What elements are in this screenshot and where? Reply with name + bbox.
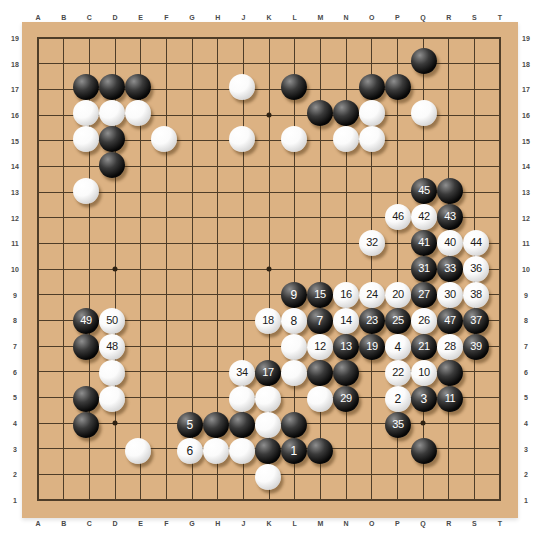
intersection[interactable] — [255, 48, 281, 74]
intersection[interactable]: 41 — [411, 230, 437, 256]
intersection[interactable] — [25, 464, 49, 490]
intersection[interactable] — [437, 360, 463, 386]
intersection[interactable] — [177, 152, 203, 178]
intersection[interactable] — [125, 412, 151, 438]
intersection[interactable] — [359, 126, 385, 152]
intersection[interactable] — [255, 282, 281, 308]
intersection[interactable] — [281, 334, 307, 360]
intersection[interactable] — [125, 204, 151, 230]
intersection[interactable] — [203, 438, 229, 464]
intersection[interactable] — [177, 256, 203, 282]
intersection[interactable] — [99, 74, 125, 100]
intersection[interactable] — [49, 438, 73, 464]
intersection[interactable] — [203, 48, 229, 74]
intersection[interactable] — [281, 126, 307, 152]
intersection[interactable]: 39 — [463, 334, 489, 360]
intersection[interactable] — [307, 178, 333, 204]
intersection[interactable] — [151, 334, 177, 360]
intersection[interactable] — [307, 100, 333, 126]
intersection[interactable] — [99, 386, 125, 412]
intersection[interactable] — [489, 256, 513, 282]
intersection[interactable] — [437, 464, 463, 490]
intersection[interactable] — [229, 204, 255, 230]
intersection[interactable] — [151, 152, 177, 178]
intersection[interactable] — [49, 74, 73, 100]
intersection[interactable] — [229, 74, 255, 100]
intersection[interactable] — [411, 152, 437, 178]
intersection[interactable] — [281, 100, 307, 126]
intersection[interactable] — [25, 412, 49, 438]
intersection[interactable]: 19 — [359, 334, 385, 360]
intersection[interactable] — [99, 178, 125, 204]
intersection[interactable] — [307, 204, 333, 230]
intersection[interactable] — [25, 230, 49, 256]
intersection[interactable] — [489, 438, 513, 464]
intersection[interactable] — [99, 25, 125, 48]
intersection[interactable] — [151, 178, 177, 204]
intersection[interactable]: 28 — [437, 334, 463, 360]
intersection[interactable] — [99, 438, 125, 464]
intersection[interactable]: 36 — [463, 256, 489, 282]
intersection[interactable] — [49, 48, 73, 74]
intersection[interactable] — [151, 386, 177, 412]
intersection[interactable]: 16 — [333, 282, 359, 308]
intersection[interactable] — [281, 386, 307, 412]
intersection[interactable] — [99, 490, 125, 513]
intersection[interactable] — [73, 412, 99, 438]
intersection[interactable] — [385, 152, 411, 178]
intersection[interactable] — [99, 412, 125, 438]
intersection[interactable] — [463, 360, 489, 386]
intersection[interactable] — [333, 464, 359, 490]
intersection[interactable] — [385, 256, 411, 282]
intersection[interactable] — [411, 74, 437, 100]
intersection[interactable] — [25, 256, 49, 282]
intersection[interactable] — [255, 438, 281, 464]
intersection[interactable] — [125, 25, 151, 48]
intersection[interactable] — [25, 360, 49, 386]
intersection[interactable]: 34 — [229, 360, 255, 386]
intersection[interactable] — [203, 360, 229, 386]
intersection[interactable] — [49, 178, 73, 204]
intersection[interactable] — [411, 464, 437, 490]
intersection[interactable]: 7 — [307, 308, 333, 334]
intersection[interactable] — [99, 464, 125, 490]
intersection[interactable] — [25, 126, 49, 152]
intersection[interactable] — [385, 25, 411, 48]
intersection[interactable] — [49, 152, 73, 178]
intersection[interactable] — [255, 230, 281, 256]
intersection[interactable] — [229, 308, 255, 334]
intersection[interactable] — [281, 178, 307, 204]
intersection[interactable] — [385, 48, 411, 74]
intersection[interactable] — [333, 178, 359, 204]
intersection[interactable] — [281, 464, 307, 490]
intersection[interactable] — [307, 490, 333, 513]
intersection[interactable] — [333, 412, 359, 438]
intersection[interactable] — [333, 74, 359, 100]
intersection[interactable] — [99, 282, 125, 308]
intersection[interactable] — [177, 100, 203, 126]
intersection[interactable] — [307, 152, 333, 178]
intersection[interactable] — [25, 100, 49, 126]
intersection[interactable] — [255, 178, 281, 204]
intersection[interactable] — [99, 256, 125, 282]
intersection[interactable] — [359, 490, 385, 513]
intersection[interactable] — [229, 334, 255, 360]
intersection[interactable]: 6 — [177, 438, 203, 464]
intersection[interactable] — [151, 412, 177, 438]
intersection[interactable]: 14 — [333, 308, 359, 334]
intersection[interactable] — [203, 100, 229, 126]
intersection[interactable] — [255, 334, 281, 360]
intersection[interactable] — [49, 126, 73, 152]
intersection[interactable]: 23 — [359, 308, 385, 334]
intersection[interactable] — [177, 74, 203, 100]
intersection[interactable] — [359, 256, 385, 282]
intersection[interactable] — [99, 126, 125, 152]
intersection[interactable] — [333, 152, 359, 178]
intersection[interactable] — [203, 256, 229, 282]
intersection[interactable] — [255, 126, 281, 152]
intersection[interactable] — [203, 178, 229, 204]
intersection[interactable] — [489, 490, 513, 513]
intersection[interactable] — [229, 438, 255, 464]
intersection[interactable] — [255, 25, 281, 48]
intersection[interactable] — [25, 490, 49, 513]
intersection[interactable] — [411, 438, 437, 464]
intersection[interactable] — [489, 178, 513, 204]
intersection[interactable] — [125, 438, 151, 464]
intersection[interactable] — [489, 204, 513, 230]
intersection[interactable]: 25 — [385, 308, 411, 334]
intersection[interactable] — [359, 386, 385, 412]
intersection[interactable] — [359, 464, 385, 490]
intersection[interactable] — [437, 438, 463, 464]
intersection[interactable] — [489, 100, 513, 126]
intersection[interactable] — [177, 464, 203, 490]
intersection[interactable] — [125, 48, 151, 74]
intersection[interactable]: 48 — [99, 334, 125, 360]
intersection[interactable] — [281, 256, 307, 282]
intersection[interactable] — [255, 412, 281, 438]
intersection[interactable] — [203, 412, 229, 438]
intersection[interactable] — [229, 178, 255, 204]
intersection[interactable]: 29 — [333, 386, 359, 412]
intersection[interactable] — [203, 464, 229, 490]
intersection[interactable] — [125, 282, 151, 308]
intersection[interactable] — [151, 438, 177, 464]
intersection[interactable] — [359, 25, 385, 48]
intersection[interactable] — [125, 230, 151, 256]
intersection[interactable] — [229, 126, 255, 152]
intersection[interactable] — [255, 256, 281, 282]
intersection[interactable]: 20 — [385, 282, 411, 308]
intersection[interactable]: 1 — [281, 438, 307, 464]
intersection[interactable] — [125, 386, 151, 412]
intersection[interactable] — [489, 464, 513, 490]
intersection[interactable] — [25, 25, 49, 48]
intersection[interactable] — [437, 126, 463, 152]
intersection[interactable] — [177, 282, 203, 308]
intersection[interactable]: 9 — [281, 282, 307, 308]
intersection[interactable] — [203, 126, 229, 152]
intersection[interactable] — [411, 100, 437, 126]
intersection[interactable] — [73, 100, 99, 126]
intersection[interactable]: 35 — [385, 412, 411, 438]
intersection[interactable] — [489, 308, 513, 334]
intersection[interactable] — [411, 126, 437, 152]
intersection[interactable] — [203, 230, 229, 256]
intersection[interactable] — [463, 464, 489, 490]
intersection[interactable] — [177, 334, 203, 360]
intersection[interactable] — [125, 256, 151, 282]
intersection[interactable] — [437, 48, 463, 74]
intersection[interactable] — [177, 25, 203, 48]
intersection[interactable] — [73, 74, 99, 100]
intersection[interactable] — [25, 282, 49, 308]
intersection[interactable]: 15 — [307, 282, 333, 308]
intersection[interactable] — [281, 490, 307, 513]
intersection[interactable] — [25, 334, 49, 360]
intersection[interactable] — [463, 74, 489, 100]
intersection[interactable]: 32 — [359, 230, 385, 256]
intersection[interactable]: 3 — [411, 386, 437, 412]
intersection[interactable] — [151, 464, 177, 490]
intersection[interactable] — [437, 152, 463, 178]
intersection[interactable] — [203, 282, 229, 308]
intersection[interactable] — [307, 256, 333, 282]
intersection[interactable] — [203, 490, 229, 513]
intersection[interactable] — [307, 412, 333, 438]
intersection[interactable] — [281, 360, 307, 386]
intersection[interactable] — [125, 490, 151, 513]
intersection[interactable] — [489, 48, 513, 74]
intersection[interactable]: 10 — [411, 360, 437, 386]
intersection[interactable] — [281, 152, 307, 178]
intersection[interactable] — [73, 230, 99, 256]
intersection[interactable] — [255, 464, 281, 490]
intersection[interactable] — [25, 308, 49, 334]
intersection[interactable] — [437, 25, 463, 48]
intersection[interactable] — [49, 386, 73, 412]
intersection[interactable] — [151, 282, 177, 308]
intersection[interactable] — [489, 360, 513, 386]
intersection[interactable] — [151, 256, 177, 282]
intersection[interactable] — [151, 230, 177, 256]
intersection[interactable] — [307, 438, 333, 464]
intersection[interactable] — [489, 334, 513, 360]
intersection[interactable]: 49 — [73, 308, 99, 334]
intersection[interactable] — [437, 412, 463, 438]
intersection[interactable]: 38 — [463, 282, 489, 308]
intersection[interactable] — [385, 126, 411, 152]
intersection[interactable] — [203, 334, 229, 360]
intersection[interactable] — [255, 152, 281, 178]
intersection[interactable] — [385, 490, 411, 513]
intersection[interactable] — [281, 48, 307, 74]
intersection[interactable] — [73, 386, 99, 412]
intersection[interactable] — [463, 25, 489, 48]
intersection[interactable] — [99, 230, 125, 256]
intersection[interactable] — [281, 412, 307, 438]
intersection[interactable] — [49, 230, 73, 256]
intersection[interactable] — [151, 48, 177, 74]
intersection[interactable] — [99, 360, 125, 386]
intersection[interactable] — [359, 152, 385, 178]
intersection[interactable] — [73, 256, 99, 282]
intersection[interactable] — [99, 48, 125, 74]
intersection[interactable] — [489, 386, 513, 412]
intersection[interactable]: 33 — [437, 256, 463, 282]
intersection[interactable] — [49, 334, 73, 360]
intersection[interactable] — [73, 48, 99, 74]
intersection[interactable] — [385, 74, 411, 100]
intersection[interactable]: 22 — [385, 360, 411, 386]
intersection[interactable]: 31 — [411, 256, 437, 282]
intersection[interactable] — [177, 204, 203, 230]
intersection[interactable] — [203, 152, 229, 178]
intersection[interactable] — [125, 126, 151, 152]
intersection[interactable] — [489, 152, 513, 178]
intersection[interactable] — [229, 48, 255, 74]
intersection[interactable]: 5 — [177, 412, 203, 438]
intersection[interactable] — [437, 178, 463, 204]
intersection[interactable] — [333, 490, 359, 513]
intersection[interactable] — [333, 360, 359, 386]
intersection[interactable] — [73, 126, 99, 152]
intersection[interactable] — [73, 25, 99, 48]
intersection[interactable] — [307, 230, 333, 256]
intersection[interactable] — [255, 74, 281, 100]
intersection[interactable]: 4 — [385, 334, 411, 360]
intersection[interactable] — [255, 204, 281, 230]
intersection[interactable] — [49, 412, 73, 438]
intersection[interactable] — [73, 438, 99, 464]
intersection[interactable] — [463, 100, 489, 126]
intersection[interactable] — [151, 490, 177, 513]
intersection[interactable] — [385, 438, 411, 464]
intersection[interactable] — [73, 334, 99, 360]
intersection[interactable] — [177, 230, 203, 256]
intersection[interactable]: 44 — [463, 230, 489, 256]
intersection[interactable] — [151, 25, 177, 48]
intersection[interactable] — [411, 48, 437, 74]
intersection[interactable] — [385, 100, 411, 126]
intersection[interactable] — [229, 386, 255, 412]
intersection[interactable] — [151, 100, 177, 126]
intersection[interactable]: 26 — [411, 308, 437, 334]
intersection[interactable] — [125, 308, 151, 334]
intersection[interactable] — [463, 438, 489, 464]
intersection[interactable] — [229, 464, 255, 490]
intersection[interactable] — [307, 25, 333, 48]
intersection[interactable] — [489, 230, 513, 256]
intersection[interactable] — [333, 48, 359, 74]
intersection[interactable] — [203, 74, 229, 100]
intersection[interactable] — [229, 412, 255, 438]
intersection[interactable] — [125, 152, 151, 178]
intersection[interactable] — [437, 490, 463, 513]
intersection[interactable] — [49, 282, 73, 308]
intersection[interactable] — [49, 100, 73, 126]
intersection[interactable] — [73, 178, 99, 204]
intersection[interactable] — [385, 178, 411, 204]
intersection[interactable] — [307, 464, 333, 490]
intersection[interactable] — [229, 152, 255, 178]
intersection[interactable]: 37 — [463, 308, 489, 334]
intersection[interactable] — [255, 490, 281, 513]
intersection[interactable] — [385, 230, 411, 256]
intersection[interactable] — [359, 412, 385, 438]
intersection[interactable] — [151, 308, 177, 334]
intersection[interactable] — [151, 74, 177, 100]
intersection[interactable]: 17 — [255, 360, 281, 386]
intersection[interactable]: 18 — [255, 308, 281, 334]
intersection[interactable] — [307, 360, 333, 386]
intersection[interactable] — [489, 412, 513, 438]
intersection[interactable] — [463, 204, 489, 230]
intersection[interactable] — [99, 152, 125, 178]
intersection[interactable]: 24 — [359, 282, 385, 308]
intersection[interactable] — [307, 74, 333, 100]
intersection[interactable] — [151, 360, 177, 386]
intersection[interactable] — [307, 126, 333, 152]
intersection[interactable] — [125, 360, 151, 386]
intersection[interactable] — [333, 230, 359, 256]
intersection[interactable] — [49, 464, 73, 490]
intersection[interactable] — [463, 126, 489, 152]
intersection[interactable] — [359, 74, 385, 100]
intersection[interactable] — [73, 152, 99, 178]
intersection[interactable] — [125, 74, 151, 100]
intersection[interactable] — [333, 25, 359, 48]
intersection[interactable] — [489, 282, 513, 308]
intersection[interactable] — [177, 360, 203, 386]
intersection[interactable] — [229, 490, 255, 513]
intersection[interactable] — [437, 74, 463, 100]
intersection[interactable] — [359, 100, 385, 126]
intersection[interactable] — [307, 386, 333, 412]
intersection[interactable] — [25, 178, 49, 204]
intersection[interactable]: 46 — [385, 204, 411, 230]
intersection[interactable]: 11 — [437, 386, 463, 412]
intersection[interactable] — [411, 490, 437, 513]
intersection[interactable] — [73, 282, 99, 308]
intersection[interactable] — [307, 48, 333, 74]
intersection[interactable] — [359, 204, 385, 230]
intersection[interactable]: 50 — [99, 308, 125, 334]
intersection[interactable] — [333, 126, 359, 152]
intersection[interactable] — [333, 204, 359, 230]
intersection[interactable] — [25, 48, 49, 74]
intersection[interactable] — [25, 204, 49, 230]
intersection[interactable] — [49, 490, 73, 513]
intersection[interactable] — [177, 178, 203, 204]
intersection[interactable] — [73, 464, 99, 490]
intersection[interactable] — [49, 308, 73, 334]
intersection[interactable] — [463, 178, 489, 204]
intersection[interactable] — [229, 230, 255, 256]
intersection[interactable] — [281, 230, 307, 256]
intersection[interactable]: 30 — [437, 282, 463, 308]
intersection[interactable] — [177, 386, 203, 412]
intersection[interactable] — [359, 360, 385, 386]
intersection[interactable] — [203, 25, 229, 48]
intersection[interactable] — [333, 438, 359, 464]
intersection[interactable]: 42 — [411, 204, 437, 230]
intersection[interactable]: 13 — [333, 334, 359, 360]
